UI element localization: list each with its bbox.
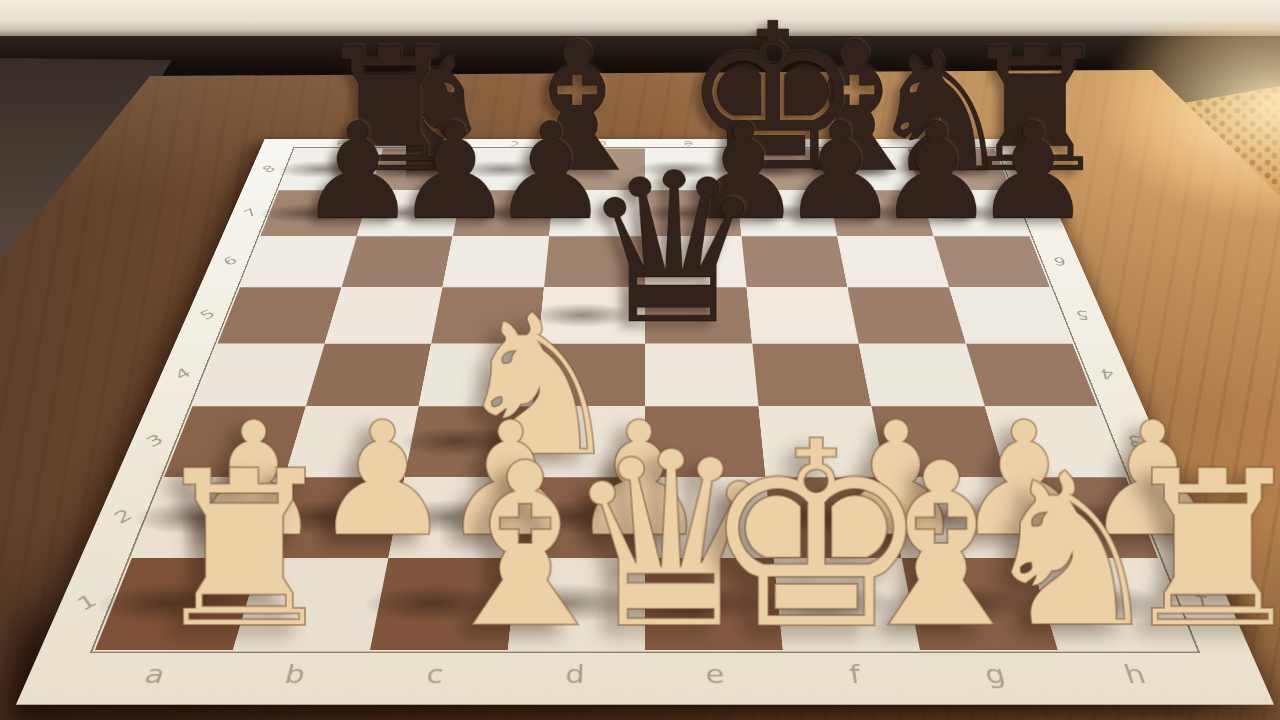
white-rook-a1[interactable]: ♜ (147, 442, 285, 658)
black-pawn-a7[interactable]: ♟ (298, 105, 394, 238)
photo-scene: ♜♞♝♚♝♞♜♟♟♟♟♟♟♟♛♞♟♟♟♟♟♟♟♜♝♛♚♝♞♜ aabbccdde… (0, 0, 1280, 720)
white-queen-d1[interactable]: ♛ (562, 420, 701, 662)
bishop-glyph: ♝ (423, 433, 561, 660)
rook-glyph: ♜ (147, 442, 285, 658)
pawn-glyph: ♟ (973, 105, 1069, 238)
sunlight-patch (1110, 26, 1280, 216)
white-rook-h1[interactable]: ♜ (1115, 442, 1253, 658)
queen-glyph: ♛ (562, 420, 701, 662)
black-pawn-f7[interactable]: ♟ (780, 105, 876, 238)
file-label-bottom-b: b (220, 657, 369, 692)
file-label-bottom-g: g (921, 657, 1070, 692)
rank-label-right-5: 5 (1061, 304, 1103, 326)
king-glyph: ♚ (701, 407, 840, 665)
black-pawn-b7[interactable]: ♟ (394, 105, 490, 238)
pawn-glyph: ♟ (394, 105, 490, 238)
rook-glyph: ♜ (1115, 442, 1253, 658)
layer-pieces: ♜♞♝♚♝♞♜♟♟♟♟♟♟♟♛♞♟♟♟♟♟♟♟♜♝♛♚♝♞♜ (95, 149, 1195, 650)
black-pawn-h7[interactable]: ♟ (973, 105, 1069, 238)
black-pawn-g7[interactable]: ♟ (876, 105, 972, 238)
file-label-bottom-h: h (1059, 657, 1211, 692)
pawn-glyph: ♟ (298, 105, 394, 238)
rank-label-right-4: 4 (1085, 362, 1130, 386)
black-pawn-c7[interactable]: ♟ (491, 105, 587, 238)
white-king-e1[interactable]: ♚ (701, 407, 840, 665)
pawn-glyph: ♟ (876, 105, 972, 238)
file-label-bottom-a: a (78, 657, 230, 692)
pawn-glyph: ♟ (491, 105, 587, 238)
rank-label-right-6: 6 (1040, 251, 1080, 270)
pawn-glyph: ♟ (780, 105, 876, 238)
white-bishop-c1[interactable]: ♝ (423, 433, 561, 660)
file-label-bottom-c: c (362, 657, 507, 692)
